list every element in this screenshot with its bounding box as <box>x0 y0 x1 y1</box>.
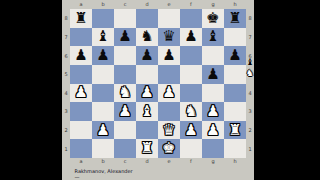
square-c4[interactable]: ♞ <box>114 84 136 103</box>
white-pawn-piece: ♟ <box>96 123 109 138</box>
video-frame: { "game": "chess", "position": "r5kr/1bp… <box>0 0 320 180</box>
square-g1[interactable] <box>202 139 224 158</box>
material-balance-panel: ♝ ♞ <box>245 58 255 78</box>
white-player-name: Rakhmanov, Alexander <box>75 168 133 174</box>
rank-label-2: 2 <box>62 121 70 140</box>
white-knight-piece: ♞ <box>118 85 131 100</box>
letterbox-right <box>254 0 320 180</box>
square-c2[interactable] <box>114 121 136 140</box>
board-window: abcdefgh 87654321 87654321 ♜♚♜♝♟♞♛♟♝♟♟♟♟… <box>62 0 254 180</box>
black-king-piece: ♚ <box>206 11 219 26</box>
file-label-e: e <box>158 0 180 9</box>
rank-label-4: 4 <box>62 84 70 103</box>
rank-label-1: 1 <box>246 139 254 158</box>
file-label-b: b <box>92 0 114 9</box>
square-c7[interactable]: ♟ <box>114 28 136 47</box>
black-rook-piece: ♜ <box>74 11 87 26</box>
letterbox-left <box>0 0 62 180</box>
square-b6[interactable]: ♟ <box>92 46 114 65</box>
square-c8[interactable] <box>114 9 136 28</box>
black-bishop-piece: ♝ <box>206 29 219 44</box>
square-g7[interactable]: ♝ <box>202 28 224 47</box>
black-rook-piece: ♜ <box>228 11 241 26</box>
square-d4[interactable]: ♟ <box>136 84 158 103</box>
white-pawn-piece: ♟ <box>140 85 153 100</box>
square-e2[interactable]: ♛ <box>158 121 180 140</box>
rank-label-7: 7 <box>62 28 70 47</box>
rank-label-4: 4 <box>246 84 254 103</box>
square-f5[interactable] <box>180 65 202 84</box>
white-queen-piece: ♛ <box>162 123 175 138</box>
rank-label-6: 6 <box>62 46 70 65</box>
rank-labels-right: 87654321 <box>246 9 254 158</box>
black-pawn-piece: ♟ <box>162 48 175 63</box>
square-b7[interactable]: ♝ <box>92 28 114 47</box>
square-h3[interactable] <box>224 102 246 121</box>
white-king-piece: ♚ <box>162 141 175 156</box>
players-line: Rakhmanov, Alexander — Margvelashvili, G… <box>65 164 251 180</box>
square-c6[interactable] <box>114 46 136 65</box>
black-pawn-piece: ♟ <box>228 48 241 63</box>
square-b3[interactable] <box>92 102 114 121</box>
rank-label-3: 3 <box>246 102 254 121</box>
square-d3[interactable]: ♝ <box>136 102 158 121</box>
white-pawn-piece: ♟ <box>206 123 219 138</box>
square-a8[interactable]: ♜ <box>70 9 92 28</box>
white-pawn-piece: ♟ <box>162 85 175 100</box>
square-a3[interactable] <box>70 102 92 121</box>
square-f2[interactable]: ♟ <box>180 121 202 140</box>
square-d1[interactable]: ♜ <box>136 139 158 158</box>
rank-label-3: 3 <box>62 102 70 121</box>
board: ♜♚♜♝♟♞♛♟♝♟♟♟♟♟♟♟♞♟♟♟♝♞♟♟♛♟♟♜♜♚ <box>70 9 246 158</box>
black-pawn-piece: ♟ <box>184 29 197 44</box>
square-g3[interactable]: ♟ <box>202 102 224 121</box>
file-label-c: c <box>114 0 136 9</box>
black-pawn-piece: ♟ <box>118 29 131 44</box>
file-label-a: a <box>70 0 92 9</box>
file-label-d: d <box>136 0 158 9</box>
file-labels-top: abcdefgh <box>70 0 246 9</box>
file-label-g: g <box>202 0 224 9</box>
square-a4[interactable]: ♟ <box>70 84 92 103</box>
square-c5[interactable] <box>114 65 136 84</box>
square-h6[interactable]: ♟ <box>224 46 246 65</box>
square-a7[interactable] <box>70 28 92 47</box>
square-e7[interactable]: ♛ <box>158 28 180 47</box>
square-e5[interactable] <box>158 65 180 84</box>
square-e8[interactable] <box>158 9 180 28</box>
rank-label-8: 8 <box>246 9 254 28</box>
square-g4[interactable] <box>202 84 224 103</box>
square-g5[interactable]: ♟ <box>202 65 224 84</box>
square-f4[interactable] <box>180 84 202 103</box>
square-g6[interactable] <box>202 46 224 65</box>
rank-label-8: 8 <box>62 9 70 28</box>
black-pawn-piece: ♟ <box>206 67 219 82</box>
square-d5[interactable] <box>136 65 158 84</box>
square-h2[interactable]: ♜ <box>224 121 246 140</box>
square-f6[interactable] <box>180 46 202 65</box>
square-h1[interactable] <box>224 139 246 158</box>
rank-label-2: 2 <box>246 121 254 140</box>
white-pawn-piece: ♟ <box>118 104 131 119</box>
square-d8[interactable] <box>136 9 158 28</box>
rank-labels-left: 87654321 <box>62 9 70 158</box>
black-bishop-icon: ♝ <box>246 58 254 67</box>
white-knight-piece: ♞ <box>184 104 197 119</box>
square-h8[interactable]: ♜ <box>224 9 246 28</box>
white-rook-piece: ♜ <box>140 141 153 156</box>
square-b1[interactable] <box>92 139 114 158</box>
square-e4[interactable]: ♟ <box>158 84 180 103</box>
black-player-name: Margvelashvili, Giorgi <box>75 179 129 180</box>
square-h5[interactable] <box>224 65 246 84</box>
square-c1[interactable] <box>114 139 136 158</box>
square-e3[interactable] <box>158 102 180 121</box>
square-f3[interactable]: ♞ <box>180 102 202 121</box>
rank-label-7: 7 <box>246 28 254 47</box>
square-e1[interactable]: ♚ <box>158 139 180 158</box>
square-f1[interactable] <box>180 139 202 158</box>
black-queen-piece: ♛ <box>162 29 175 44</box>
black-bishop-piece: ♝ <box>96 29 109 44</box>
square-b4[interactable] <box>92 84 114 103</box>
square-h4[interactable] <box>224 84 246 103</box>
white-pawn-piece: ♟ <box>184 123 197 138</box>
white-pawn-piece: ♟ <box>206 104 219 119</box>
square-a2[interactable] <box>70 121 92 140</box>
game-info-footer: Rakhmanov, Alexander — Margvelashvili, G… <box>65 164 251 180</box>
black-knight-piece: ♞ <box>140 29 153 44</box>
square-b8[interactable] <box>92 9 114 28</box>
file-label-h: h <box>224 0 246 9</box>
black-pawn-piece: ♟ <box>140 48 153 63</box>
file-label-f: f <box>180 0 202 9</box>
square-f8[interactable] <box>180 9 202 28</box>
square-b5[interactable] <box>92 65 114 84</box>
square-d7[interactable]: ♞ <box>136 28 158 47</box>
white-bishop-piece: ♝ <box>140 104 153 119</box>
square-b2[interactable]: ♟ <box>92 121 114 140</box>
square-d6[interactable]: ♟ <box>136 46 158 65</box>
square-c3[interactable]: ♟ <box>114 102 136 121</box>
rank-label-5: 5 <box>62 65 70 84</box>
square-g8[interactable]: ♚ <box>202 9 224 28</box>
white-rook-piece: ♜ <box>228 123 241 138</box>
square-d2[interactable] <box>136 121 158 140</box>
square-h7[interactable] <box>224 28 246 47</box>
square-g2[interactable]: ♟ <box>202 121 224 140</box>
square-f7[interactable]: ♟ <box>180 28 202 47</box>
rank-label-1: 1 <box>62 139 70 158</box>
square-e6[interactable]: ♟ <box>158 46 180 65</box>
black-pawn-piece: ♟ <box>96 48 109 63</box>
square-a1[interactable] <box>70 139 92 158</box>
white-pawn-piece: ♟ <box>74 85 87 100</box>
square-a5[interactable] <box>70 65 92 84</box>
black-pawn-piece: ♟ <box>74 48 87 63</box>
white-knight-icon: ♞ <box>246 69 254 78</box>
square-a6[interactable]: ♟ <box>70 46 92 65</box>
